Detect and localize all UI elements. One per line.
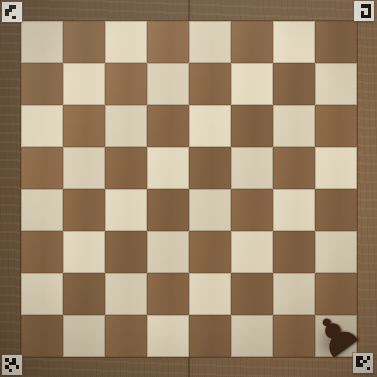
square-d4[interactable]	[147, 189, 189, 231]
square-g3[interactable]	[273, 231, 315, 273]
square-e6[interactable]	[189, 105, 231, 147]
chess-board	[21, 21, 357, 357]
square-f3[interactable]	[231, 231, 273, 273]
square-e8[interactable]	[189, 21, 231, 63]
square-c2[interactable]	[105, 273, 147, 315]
square-a3[interactable]	[21, 231, 63, 273]
square-f7[interactable]	[231, 63, 273, 105]
square-c4[interactable]	[105, 189, 147, 231]
square-a6[interactable]	[21, 105, 63, 147]
square-b6[interactable]	[63, 105, 105, 147]
square-g7[interactable]	[273, 63, 315, 105]
chessboard-photo: ♟	[0, 0, 377, 377]
square-b2[interactable]	[63, 273, 105, 315]
square-f8[interactable]	[231, 21, 273, 63]
square-d8[interactable]	[147, 21, 189, 63]
square-h4[interactable]	[315, 189, 357, 231]
square-b8[interactable]	[63, 21, 105, 63]
fiducial-marker-bottom-left	[2, 355, 22, 375]
fiducial-marker-top-left	[2, 2, 22, 22]
square-e1[interactable]	[189, 315, 231, 357]
square-h6[interactable]	[315, 105, 357, 147]
square-a4[interactable]	[21, 189, 63, 231]
square-b1[interactable]	[63, 315, 105, 357]
square-g6[interactable]	[273, 105, 315, 147]
square-f4[interactable]	[231, 189, 273, 231]
square-c5[interactable]	[105, 147, 147, 189]
square-h5[interactable]	[315, 147, 357, 189]
square-a5[interactable]	[21, 147, 63, 189]
square-e3[interactable]	[189, 231, 231, 273]
square-d3[interactable]	[147, 231, 189, 273]
square-g2[interactable]	[273, 273, 315, 315]
square-d5[interactable]	[147, 147, 189, 189]
square-c3[interactable]	[105, 231, 147, 273]
square-b5[interactable]	[63, 147, 105, 189]
fiducial-marker-top-right	[354, 1, 374, 21]
square-e5[interactable]	[189, 147, 231, 189]
square-h7[interactable]	[315, 63, 357, 105]
square-g5[interactable]	[273, 147, 315, 189]
square-d7[interactable]	[147, 63, 189, 105]
square-e2[interactable]	[189, 273, 231, 315]
board-fold-seam-bottom	[188, 357, 190, 377]
square-g8[interactable]	[273, 21, 315, 63]
square-c6[interactable]	[105, 105, 147, 147]
square-d1[interactable]	[147, 315, 189, 357]
square-f1[interactable]	[231, 315, 273, 357]
square-f6[interactable]	[231, 105, 273, 147]
square-c1[interactable]	[105, 315, 147, 357]
square-c8[interactable]	[105, 21, 147, 63]
square-f2[interactable]	[231, 273, 273, 315]
square-e4[interactable]	[189, 189, 231, 231]
square-a1[interactable]	[21, 315, 63, 357]
square-b7[interactable]	[63, 63, 105, 105]
square-a2[interactable]	[21, 273, 63, 315]
square-a7[interactable]	[21, 63, 63, 105]
square-h3[interactable]	[315, 231, 357, 273]
board-fold-seam-top	[188, 0, 190, 21]
square-f5[interactable]	[231, 147, 273, 189]
square-h8[interactable]	[315, 21, 357, 63]
black-pawn[interactable]: ♟	[315, 315, 357, 357]
square-c7[interactable]	[105, 63, 147, 105]
square-e7[interactable]	[189, 63, 231, 105]
square-a8[interactable]	[21, 21, 63, 63]
square-d2[interactable]	[147, 273, 189, 315]
square-d6[interactable]	[147, 105, 189, 147]
square-b3[interactable]	[63, 231, 105, 273]
square-g4[interactable]	[273, 189, 315, 231]
square-b4[interactable]	[63, 189, 105, 231]
